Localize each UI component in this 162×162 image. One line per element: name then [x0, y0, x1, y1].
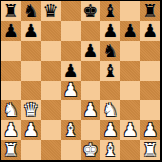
square-f2[interactable]: ♟ [100, 120, 120, 140]
square-d1[interactable] [61, 140, 81, 160]
square-e1[interactable]: ♚ [81, 140, 101, 160]
square-a5[interactable] [1, 61, 21, 81]
square-g4[interactable] [120, 81, 140, 101]
piece-black-pawn: ♟ [142, 22, 158, 40]
square-b8[interactable]: ♞ [21, 1, 41, 21]
piece-white-knight: ♞ [102, 101, 118, 119]
square-d3[interactable] [61, 100, 81, 120]
square-d4[interactable]: ♟ [61, 81, 81, 101]
square-f6[interactable]: ♞ [100, 41, 120, 61]
piece-black-king: ♚ [82, 2, 98, 20]
piece-white-king: ♚ [82, 141, 98, 159]
square-g3[interactable] [120, 100, 140, 120]
piece-white-bishop: ♝ [102, 141, 118, 159]
piece-black-bishop: ♝ [102, 2, 118, 20]
square-a6[interactable] [1, 41, 21, 61]
piece-black-queen: ♛ [43, 2, 59, 20]
square-f8[interactable]: ♝ [100, 1, 120, 21]
square-b5[interactable] [21, 61, 41, 81]
square-a4[interactable] [1, 81, 21, 101]
piece-white-pawn: ♟ [102, 121, 118, 139]
square-h7[interactable]: ♟ [140, 21, 160, 41]
piece-black-pawn: ♟ [122, 22, 138, 40]
square-h6[interactable] [140, 41, 160, 61]
square-a2[interactable]: ♟ [1, 120, 21, 140]
square-g8[interactable] [120, 1, 140, 21]
square-c8[interactable]: ♛ [41, 1, 61, 21]
square-b1[interactable] [21, 140, 41, 160]
square-h8[interactable]: ♜ [140, 1, 160, 21]
piece-white-pawn: ♟ [82, 101, 98, 119]
piece-black-bishop: ♝ [102, 62, 118, 80]
piece-white-pawn: ♟ [142, 121, 158, 139]
square-c5[interactable] [41, 61, 61, 81]
piece-white-queen: ♛ [23, 101, 39, 119]
piece-black-knight: ♞ [102, 42, 118, 60]
square-c3[interactable] [41, 100, 61, 120]
piece-black-rook: ♜ [142, 2, 158, 20]
square-e7[interactable] [81, 21, 101, 41]
square-h3[interactable] [140, 100, 160, 120]
square-c6[interactable] [41, 41, 61, 61]
square-g5[interactable] [120, 61, 140, 81]
square-d7[interactable] [61, 21, 81, 41]
piece-white-pawn: ♟ [62, 81, 78, 99]
square-a3[interactable]: ♞ [1, 100, 21, 120]
chess-board: ♜♞♛♚♝♜♟♟♟♟♟♟♞♟♝♟♞♛♟♞♟♟♝♟♟♟♜♚♝♜ [1, 1, 160, 160]
square-d5[interactable]: ♟ [61, 61, 81, 81]
square-f7[interactable]: ♟ [100, 21, 120, 41]
square-c7[interactable] [41, 21, 61, 41]
square-g1[interactable] [120, 140, 140, 160]
square-b7[interactable]: ♟ [21, 21, 41, 41]
piece-white-knight: ♞ [3, 101, 19, 119]
piece-white-rook: ♜ [142, 141, 158, 159]
square-c4[interactable] [41, 81, 61, 101]
piece-black-pawn: ♟ [62, 62, 78, 80]
square-d6[interactable] [61, 41, 81, 61]
square-f3[interactable]: ♞ [100, 100, 120, 120]
square-c1[interactable] [41, 140, 61, 160]
square-h5[interactable] [140, 61, 160, 81]
square-g2[interactable]: ♟ [120, 120, 140, 140]
square-d8[interactable] [61, 1, 81, 21]
square-h4[interactable] [140, 81, 160, 101]
piece-black-pawn: ♟ [23, 22, 39, 40]
piece-black-pawn: ♟ [82, 42, 98, 60]
square-f4[interactable] [100, 81, 120, 101]
square-e3[interactable]: ♟ [81, 100, 101, 120]
piece-white-pawn: ♟ [23, 121, 39, 139]
piece-white-bishop: ♝ [62, 121, 78, 139]
square-e8[interactable]: ♚ [81, 1, 101, 21]
square-d2[interactable]: ♝ [61, 120, 81, 140]
square-c2[interactable] [41, 120, 61, 140]
square-e2[interactable] [81, 120, 101, 140]
square-b3[interactable]: ♛ [21, 100, 41, 120]
square-b2[interactable]: ♟ [21, 120, 41, 140]
square-h2[interactable]: ♟ [140, 120, 160, 140]
piece-white-rook: ♜ [3, 141, 19, 159]
square-e4[interactable] [81, 81, 101, 101]
square-b6[interactable] [21, 41, 41, 61]
square-b4[interactable] [21, 81, 41, 101]
square-a1[interactable]: ♜ [1, 140, 21, 160]
square-f5[interactable]: ♝ [100, 61, 120, 81]
piece-black-rook: ♜ [3, 2, 19, 20]
piece-black-pawn: ♟ [102, 22, 118, 40]
chess-board-frame: ♜♞♛♚♝♜♟♟♟♟♟♟♞♟♝♟♞♛♟♞♟♟♝♟♟♟♜♚♝♜ [0, 0, 162, 162]
square-g6[interactable] [120, 41, 140, 61]
square-e5[interactable] [81, 61, 101, 81]
square-a7[interactable]: ♟ [1, 21, 21, 41]
piece-white-pawn: ♟ [3, 121, 19, 139]
piece-black-knight: ♞ [23, 2, 39, 20]
square-h1[interactable]: ♜ [140, 140, 160, 160]
square-a8[interactable]: ♜ [1, 1, 21, 21]
piece-black-pawn: ♟ [3, 22, 19, 40]
square-f1[interactable]: ♝ [100, 140, 120, 160]
square-g7[interactable]: ♟ [120, 21, 140, 41]
square-e6[interactable]: ♟ [81, 41, 101, 61]
piece-white-pawn: ♟ [122, 121, 138, 139]
